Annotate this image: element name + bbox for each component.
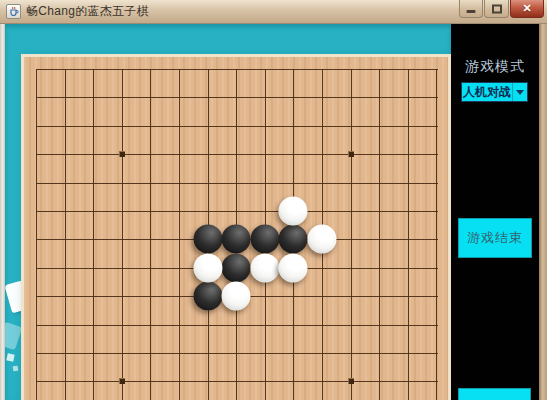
game-mode-dropdown[interactable]: 人机对战	[461, 82, 528, 102]
black-stone	[250, 225, 279, 254]
board-grid[interactable]	[36, 69, 438, 400]
clipped-bottom-button[interactable]	[458, 388, 531, 400]
white-stone	[279, 253, 308, 282]
window-controls: ✕	[459, 0, 544, 18]
maximize-button[interactable]	[484, 0, 509, 18]
close-button[interactable]: ✕	[510, 0, 544, 18]
control-panel: 游戏模式 人机对战 游戏结束	[451, 24, 539, 400]
game-mode-label: 游戏模式	[451, 58, 539, 76]
black-stone	[279, 225, 308, 254]
end-game-button[interactable]: 游戏结束	[458, 218, 532, 258]
decor-paper-shape	[5, 322, 22, 350]
dropdown-arrow-button[interactable]	[512, 83, 527, 101]
white-stone	[222, 282, 251, 311]
white-stone	[193, 253, 222, 282]
black-stone	[222, 225, 251, 254]
black-stone	[222, 253, 251, 282]
java-app-icon	[6, 4, 21, 19]
window-title: 畅Chang的蓝杰五子棋	[26, 0, 149, 24]
star-point	[348, 378, 354, 384]
playfield-background	[5, 24, 451, 400]
star-point	[119, 151, 125, 157]
minimize-button[interactable]	[459, 0, 483, 18]
white-stone	[308, 225, 337, 254]
star-point	[119, 378, 125, 384]
game-mode-value: 人机对战	[462, 83, 512, 101]
app-window: 畅Chang的蓝杰五子棋 ✕ 游戏模式 人机对战	[0, 0, 547, 400]
close-icon: ✕	[522, 1, 531, 14]
maximize-icon	[492, 4, 502, 13]
window-border-right	[539, 24, 547, 400]
titlebar[interactable]: 畅Chang的蓝杰五子棋 ✕	[0, 0, 547, 24]
decor-confetti	[13, 366, 19, 372]
white-stone	[250, 253, 279, 282]
star-point	[348, 151, 354, 157]
chevron-down-icon	[516, 90, 524, 95]
black-stone	[193, 225, 222, 254]
black-stone	[193, 282, 222, 311]
gomoku-board[interactable]	[21, 54, 451, 400]
minimize-icon	[467, 10, 476, 13]
decor-confetti	[6, 353, 14, 361]
white-stone	[279, 197, 308, 226]
